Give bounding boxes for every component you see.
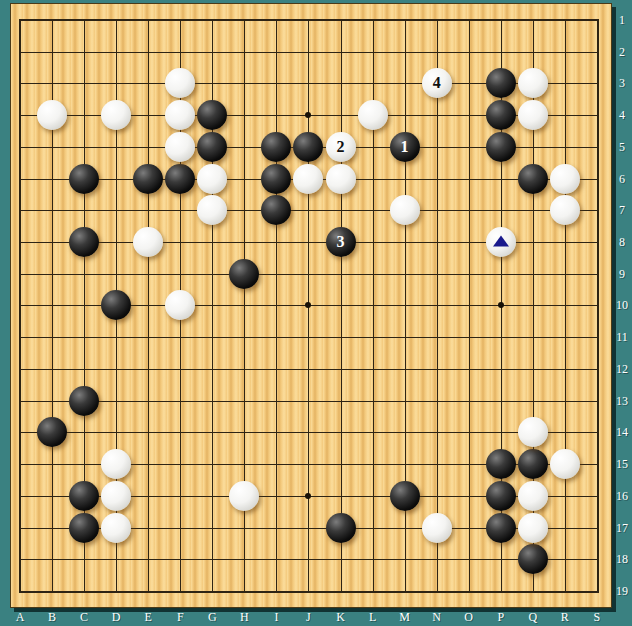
stone-black-M16[interactable] (390, 481, 420, 511)
stone-white-N17[interactable] (422, 513, 452, 543)
row-label-5: 5 (619, 141, 625, 153)
star-point-P10 (498, 302, 504, 308)
row-label-2: 2 (619, 46, 625, 58)
stone-white-Q17[interactable] (518, 513, 548, 543)
stone-white-N3[interactable]: 4 (422, 68, 452, 98)
stone-white-G6[interactable] (197, 164, 227, 194)
stone-black-C6[interactable] (69, 164, 99, 194)
column-label-A: A (16, 611, 25, 623)
stone-black-Q15[interactable] (518, 449, 548, 479)
stone-black-D10[interactable] (101, 290, 131, 320)
stone-black-F6[interactable] (165, 164, 195, 194)
stone-black-P3[interactable] (486, 68, 516, 98)
row-label-7: 7 (619, 204, 625, 216)
stone-black-P15[interactable] (486, 449, 516, 479)
star-point-J10 (305, 302, 311, 308)
stone-black-P4[interactable] (486, 100, 516, 130)
row-label-1: 1 (619, 14, 625, 26)
column-label-J: J (306, 611, 311, 623)
stone-white-F5[interactable] (165, 132, 195, 162)
stone-white-Q14[interactable] (518, 417, 548, 447)
stone-white-F3[interactable] (165, 68, 195, 98)
column-label-D: D (112, 611, 121, 623)
stone-white-D4[interactable] (101, 100, 131, 130)
column-label-K: K (336, 611, 345, 623)
stone-black-P5[interactable] (486, 132, 516, 162)
row-label-9: 9 (619, 268, 625, 280)
stone-black-K17[interactable] (326, 513, 356, 543)
column-label-S: S (594, 611, 601, 623)
stone-white-F10[interactable] (165, 290, 195, 320)
row-label-15: 15 (616, 458, 628, 470)
stone-white-G7[interactable] (197, 195, 227, 225)
stone-black-I7[interactable] (261, 195, 291, 225)
stone-black-I6[interactable] (261, 164, 291, 194)
stone-black-J5[interactable] (293, 132, 323, 162)
stone-black-M5[interactable]: 1 (390, 132, 420, 162)
stone-white-D15[interactable] (101, 449, 131, 479)
row-label-4: 4 (619, 109, 625, 121)
column-label-R: R (561, 611, 569, 623)
move-number-4: 4 (433, 75, 441, 91)
star-point-J4 (305, 112, 311, 118)
stone-white-E8[interactable] (133, 227, 163, 257)
column-label-M: M (399, 611, 410, 623)
column-label-G: G (208, 611, 217, 623)
row-label-18: 18 (616, 553, 628, 565)
stone-white-Q4[interactable] (518, 100, 548, 130)
stone-black-C8[interactable] (69, 227, 99, 257)
row-label-6: 6 (619, 173, 625, 185)
stone-black-P16[interactable] (486, 481, 516, 511)
column-label-L: L (369, 611, 376, 623)
row-label-3: 3 (619, 77, 625, 89)
column-label-B: B (48, 611, 56, 623)
move-number-2: 2 (337, 139, 345, 155)
column-label-F: F (177, 611, 184, 623)
star-point-J16 (305, 493, 311, 499)
stone-white-D16[interactable] (101, 481, 131, 511)
stone-white-B4[interactable] (37, 100, 67, 130)
stone-white-H16[interactable] (229, 481, 259, 511)
stone-white-K5[interactable]: 2 (326, 132, 356, 162)
stone-black-C17[interactable] (69, 513, 99, 543)
stone-white-K6[interactable] (326, 164, 356, 194)
stone-white-F4[interactable] (165, 100, 195, 130)
stone-black-G4[interactable] (197, 100, 227, 130)
stone-black-K8[interactable]: 3 (326, 227, 356, 257)
stone-white-Q16[interactable] (518, 481, 548, 511)
column-label-O: O (464, 611, 473, 623)
stone-black-Q18[interactable] (518, 544, 548, 574)
row-label-10: 10 (616, 299, 628, 311)
stone-black-B14[interactable] (37, 417, 67, 447)
row-label-19: 19 (616, 585, 628, 597)
stone-white-R7[interactable] (550, 195, 580, 225)
stone-black-P17[interactable] (486, 513, 516, 543)
stone-white-P8[interactable] (486, 227, 516, 257)
stone-black-H9[interactable] (229, 259, 259, 289)
column-label-I: I (274, 611, 278, 623)
stone-white-Q3[interactable] (518, 68, 548, 98)
row-label-16: 16 (616, 490, 628, 502)
row-label-8: 8 (619, 236, 625, 248)
column-label-P: P (497, 611, 504, 623)
stone-black-E6[interactable] (133, 164, 163, 194)
triangle-marker-icon (493, 236, 509, 247)
row-label-12: 12 (616, 363, 628, 375)
stone-black-C13[interactable] (69, 386, 99, 416)
stone-white-D17[interactable] (101, 513, 131, 543)
column-label-N: N (432, 611, 441, 623)
stone-white-J6[interactable] (293, 164, 323, 194)
move-number-3: 3 (337, 234, 345, 250)
column-label-Q: Q (528, 611, 537, 623)
row-label-17: 17 (616, 522, 628, 534)
row-label-14: 14 (616, 426, 628, 438)
column-label-C: C (80, 611, 88, 623)
stone-black-G5[interactable] (197, 132, 227, 162)
stone-black-C16[interactable] (69, 481, 99, 511)
go-app-window: ABCDEFGHIJKLMNOPQRS123456789101112131415… (0, 0, 632, 626)
move-number-1: 1 (401, 139, 409, 155)
stone-white-R6[interactable] (550, 164, 580, 194)
stone-white-M7[interactable] (390, 195, 420, 225)
stone-white-R15[interactable] (550, 449, 580, 479)
stone-black-I5[interactable] (261, 132, 291, 162)
stone-white-L4[interactable] (358, 100, 388, 130)
row-label-13: 13 (616, 395, 628, 407)
column-label-E: E (145, 611, 152, 623)
row-label-11: 11 (616, 331, 628, 343)
column-label-H: H (240, 611, 249, 623)
stone-black-Q6[interactable] (518, 164, 548, 194)
